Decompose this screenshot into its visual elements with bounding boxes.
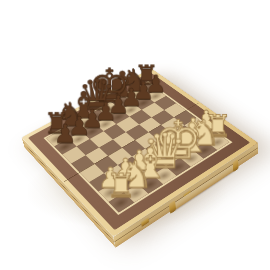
white-rook: ♜	[87, 169, 154, 202]
product-photo: ♜♞♝♛♚♝♞♜♟♟♟♟♟♟♟♟♟♟♟♟♟♟♟♟♜♞♝♛♚♝♞♜	[0, 0, 270, 270]
black-pawn: ♟	[35, 121, 95, 147]
camera-roll: ♜♞♝♛♚♝♞♜♟♟♟♟♟♟♟♟♟♟♟♟♟♟♟♟♜♞♝♛♚♝♞♜	[38, 43, 233, 238]
brass-clasp	[141, 217, 149, 226]
perspective-scene: ♜♞♝♛♚♝♞♜♟♟♟♟♟♟♟♟♟♟♟♟♟♟♟♟♜♞♝♛♚♝♞♜	[38, 43, 233, 238]
